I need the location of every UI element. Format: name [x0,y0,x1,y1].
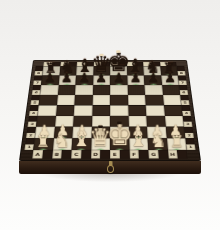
square-d6 [92,85,110,95]
coord-cell [81,150,91,158]
file-label-c: C [71,150,81,158]
square-e7: ♟ [110,75,127,85]
coord-cell [185,138,194,144]
piece-black-pawn: ♟ [113,72,125,85]
piece-white-rook: ♜ [36,134,50,150]
square-b7: ♟ [58,75,76,85]
piece-black-pawn: ♟ [78,72,90,85]
square-a1: ♜ [33,138,53,150]
board-inner: 87654321 ♜♞♝♛♚♝♞♜♟♟♟♟♟♟♟♟♟♟♟♟♟♟♟♟♜♞♝♛♚♝♞… [23,62,196,158]
piece-white-knight: ♞ [150,131,167,150]
file-label-e: E [110,150,120,158]
square-b5 [57,95,75,105]
coord-cell [61,150,71,158]
square-a7: ♟ [41,75,59,85]
piece-white-rook: ♜ [170,134,184,150]
square-g6 [144,85,162,95]
box-front-edge [19,161,201,174]
piece-white-bishop: ♝ [130,129,149,150]
square-e4 [110,105,128,116]
square-h4 [163,105,182,116]
coord-cell [100,150,110,158]
board-squares: ♜♞♝♛♚♝♞♜♟♟♟♟♟♟♟♟♟♟♟♟♟♟♟♟♜♞♝♛♚♝♞♜ [33,66,186,150]
piece-black-pawn: ♟ [164,72,176,85]
square-c4 [74,105,92,116]
piece-white-knight: ♞ [54,131,71,150]
square-b1: ♞ [52,138,72,150]
square-e5 [110,95,128,105]
board-fold-seam [39,105,182,106]
coord-cell [120,150,130,158]
coord-cell [177,150,188,158]
square-c5 [74,95,92,105]
piece-black-pawn: ♟ [147,72,159,85]
file-label-f: F [129,150,139,158]
square-c6 [75,85,93,95]
square-g4 [146,105,165,116]
square-g1: ♞ [148,138,168,150]
square-f5 [128,95,146,105]
file-label-a: A [32,150,43,158]
rank-label-1: 1 [186,144,196,150]
square-c7: ♟ [76,75,94,85]
square-e6 [110,85,128,95]
square-d7: ♟ [93,75,110,85]
coord-cell [42,150,52,158]
square-b6 [57,85,75,95]
square-f4 [128,105,146,116]
square-g5 [145,95,163,105]
piece-black-pawn: ♟ [130,72,142,85]
square-a4 [37,105,56,116]
square-f7: ♟ [127,75,145,85]
square-h1: ♜ [166,138,186,150]
square-f1: ♝ [129,138,149,150]
piece-black-pawn: ♟ [95,72,107,85]
file-label-d: D [91,150,101,158]
piece-black-pawn: ♟ [44,72,56,85]
square-b4 [56,105,75,116]
square-e1: ♚ [110,138,129,150]
square-d5 [92,95,110,105]
photo-backdrop: 87654321 ♜♞♝♛♚♝♞♜♟♟♟♟♟♟♟♟♟♟♟♟♟♟♟♟♜♞♝♛♚♝♞… [0,0,220,230]
square-a5 [39,95,58,105]
file-labels: ABCDEFGH [32,150,187,158]
chess-board: 87654321 ♜♞♝♛♚♝♞♜♟♟♟♟♟♟♟♟♟♟♟♟♟♟♟♟♜♞♝♛♚♝♞… [19,60,201,161]
square-a6 [40,85,58,95]
square-g7: ♟ [144,75,162,85]
square-h5 [163,95,182,105]
file-label-g: G [148,150,158,158]
coord-cell [139,150,149,158]
clasp-icon [106,161,115,174]
square-h7: ♟ [161,75,179,85]
square-d4 [92,105,110,116]
file-label-b: B [52,150,62,158]
square-h6 [162,85,180,95]
square-f6 [127,85,145,95]
piece-black-pawn: ♟ [61,72,73,85]
